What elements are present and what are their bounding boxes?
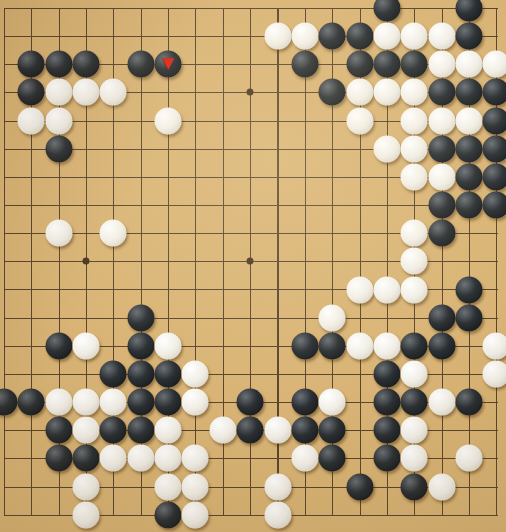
stone-white — [401, 248, 428, 275]
stone-white — [428, 107, 455, 134]
stone-white — [100, 220, 127, 247]
stone-black — [373, 389, 400, 416]
stone-white — [73, 473, 100, 500]
stone-white — [291, 445, 318, 472]
stone-black — [100, 417, 127, 444]
stone-white — [319, 389, 346, 416]
stone-white — [401, 135, 428, 162]
stone-black — [401, 473, 428, 500]
last-move-marker: ▼ — [162, 56, 174, 71]
stone-white — [73, 417, 100, 444]
stone-black — [45, 445, 72, 472]
stone-black — [291, 332, 318, 359]
stone-black — [428, 135, 455, 162]
stone-white — [483, 332, 506, 359]
stone-white — [45, 79, 72, 106]
stone-black — [346, 473, 373, 500]
stone-black — [455, 304, 482, 331]
stone-white — [155, 445, 182, 472]
stone-black — [373, 51, 400, 78]
stone-black — [401, 51, 428, 78]
stone-white — [373, 23, 400, 50]
stone-white — [209, 417, 236, 444]
stone-black — [127, 51, 154, 78]
stone-black — [127, 360, 154, 387]
stone-black — [127, 304, 154, 331]
stone-white — [291, 23, 318, 50]
stone-white — [346, 107, 373, 134]
stone-black — [319, 332, 346, 359]
stone-white — [401, 107, 428, 134]
stone-white — [73, 332, 100, 359]
stone-black — [237, 417, 264, 444]
stone-white — [182, 360, 209, 387]
stone-black — [319, 23, 346, 50]
stone-black — [291, 51, 318, 78]
stone-white — [264, 501, 291, 528]
stone-black — [483, 135, 506, 162]
stone-white — [401, 23, 428, 50]
stone-black — [127, 417, 154, 444]
stone-white — [100, 389, 127, 416]
stone-black — [18, 51, 45, 78]
stone-black — [483, 107, 506, 134]
stone-white — [483, 360, 506, 387]
stone-black — [291, 417, 318, 444]
stone-black — [428, 79, 455, 106]
stone-black — [45, 51, 72, 78]
star-point — [83, 258, 90, 265]
stone-white — [455, 445, 482, 472]
stone-black — [155, 389, 182, 416]
stone-black — [73, 445, 100, 472]
stone-white — [264, 23, 291, 50]
stone-white — [373, 79, 400, 106]
stone-black: ▼ — [155, 51, 182, 78]
stone-white — [155, 107, 182, 134]
stone-white — [346, 79, 373, 106]
stone-black — [483, 79, 506, 106]
stone-black — [428, 304, 455, 331]
stone-black — [483, 192, 506, 219]
stone-white — [155, 473, 182, 500]
stone-black — [455, 135, 482, 162]
stone-black — [455, 163, 482, 190]
stone-black — [455, 276, 482, 303]
stone-white — [373, 276, 400, 303]
stone-black — [455, 192, 482, 219]
stone-black — [346, 51, 373, 78]
stone-black — [319, 79, 346, 106]
stone-white — [182, 501, 209, 528]
stone-white — [319, 304, 346, 331]
stone-white — [401, 360, 428, 387]
stone-black — [45, 332, 72, 359]
stone-white — [45, 389, 72, 416]
stone-white — [18, 107, 45, 134]
stone-black — [483, 163, 506, 190]
stone-white — [182, 389, 209, 416]
stone-black — [73, 51, 100, 78]
stone-black — [127, 332, 154, 359]
stone-white — [45, 220, 72, 247]
stone-white — [401, 276, 428, 303]
stone-black — [373, 417, 400, 444]
stone-black — [155, 360, 182, 387]
star-point — [247, 89, 254, 96]
stone-white — [373, 135, 400, 162]
stone-white — [428, 51, 455, 78]
stone-white — [428, 163, 455, 190]
stone-white — [346, 332, 373, 359]
stone-black — [155, 501, 182, 528]
stone-black — [18, 79, 45, 106]
stone-white — [455, 107, 482, 134]
stone-black — [45, 135, 72, 162]
stone-black — [319, 445, 346, 472]
stone-white — [373, 332, 400, 359]
stone-white — [127, 445, 154, 472]
star-point — [247, 258, 254, 265]
stone-black — [18, 389, 45, 416]
stone-black — [428, 332, 455, 359]
stone-black — [100, 360, 127, 387]
stone-black — [346, 23, 373, 50]
stone-black — [455, 23, 482, 50]
stone-white — [401, 417, 428, 444]
stone-white — [428, 23, 455, 50]
stone-white — [100, 79, 127, 106]
stone-white — [401, 79, 428, 106]
stone-black — [428, 192, 455, 219]
stone-white — [45, 107, 72, 134]
stone-white — [428, 389, 455, 416]
stone-black — [291, 389, 318, 416]
stone-black — [373, 360, 400, 387]
stone-white — [73, 79, 100, 106]
stone-white — [346, 276, 373, 303]
stone-black — [455, 389, 482, 416]
stone-white — [182, 445, 209, 472]
stone-white — [455, 51, 482, 78]
stone-black — [373, 445, 400, 472]
stone-white — [73, 389, 100, 416]
stone-black — [45, 417, 72, 444]
stone-white — [483, 51, 506, 78]
stone-black — [319, 417, 346, 444]
stone-white — [182, 473, 209, 500]
stone-black — [127, 389, 154, 416]
stone-white — [401, 163, 428, 190]
stone-black — [237, 389, 264, 416]
go-board[interactable]: ▼ — [0, 0, 506, 532]
stone-white — [428, 473, 455, 500]
stone-black — [401, 389, 428, 416]
stone-black — [401, 332, 428, 359]
stone-white — [155, 417, 182, 444]
stone-white — [264, 473, 291, 500]
stone-black — [428, 220, 455, 247]
stone-white — [401, 220, 428, 247]
stone-white — [73, 501, 100, 528]
stone-white — [264, 417, 291, 444]
stone-white — [401, 445, 428, 472]
stone-white — [155, 332, 182, 359]
stone-white — [100, 445, 127, 472]
stone-black — [455, 79, 482, 106]
